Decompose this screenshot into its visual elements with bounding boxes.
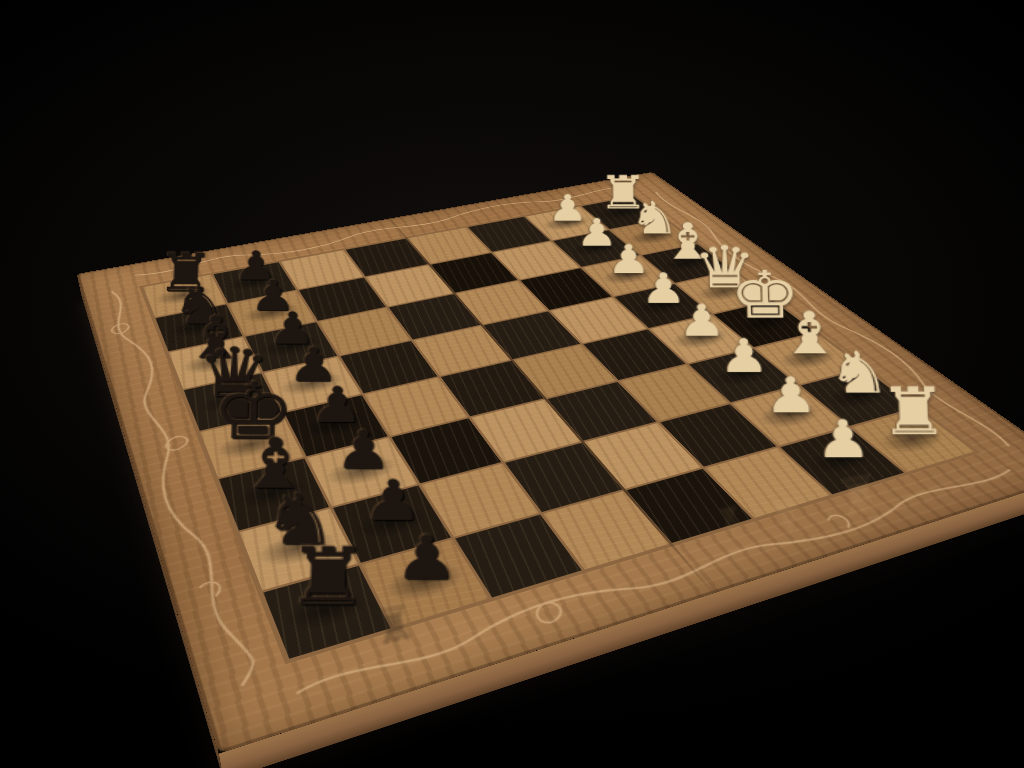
square-h3[interactable] — [705, 448, 829, 518]
white-rook-glyph: ♜ — [877, 380, 949, 445]
studio-background: ♜♟♟♜♞♟♟♞♝♟♟♝♛♟♟♛♚♟♟♚♝♟♟♝♞♟♟♞♜♟♟♜ ♜ ♟ ♝ ♜ — [0, 0, 1024, 768]
white-pawn-glyph: ♟ — [718, 333, 769, 379]
white-pawn-glyph: ♟ — [764, 371, 818, 420]
black-pawn-glyph: ♟ — [362, 473, 423, 529]
board-frame: ♜♟♟♜♞♟♟♞♝♟♟♝♛♟♟♛♚♟♟♚♝♟♟♝♞♟♟♞♜♟♟♜ — [77, 172, 1024, 754]
black-rook-glyph: ♜ — [284, 537, 370, 617]
chess-board: ♜♟♟♜♞♟♟♞♝♟♟♝♛♟♟♛♚♟♟♚♝♟♟♝♞♟♟♞♜♟♟♜ — [77, 172, 1024, 754]
black-pawn-glyph: ♟ — [394, 528, 459, 588]
white-pawn-glyph: ♟ — [814, 414, 872, 466]
